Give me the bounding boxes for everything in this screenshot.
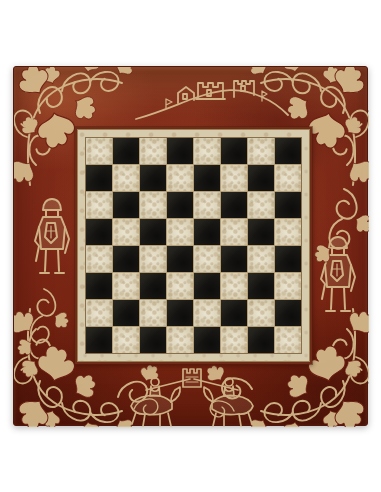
square-b8[interactable] [113,138,139,164]
square-a8[interactable] [86,138,112,164]
square-a5[interactable] [86,219,112,245]
square-h5[interactable] [275,219,301,245]
square-f3[interactable] [221,273,247,299]
square-f2[interactable] [221,300,247,326]
board-grid [85,137,302,354]
square-d6[interactable] [167,192,193,218]
square-h6[interactable] [275,192,301,218]
square-a6[interactable] [86,192,112,218]
square-b3[interactable] [113,273,139,299]
square-h4[interactable] [275,246,301,272]
square-e8[interactable] [194,138,220,164]
square-d8[interactable] [167,138,193,164]
square-a4[interactable] [86,246,112,272]
square-c1[interactable] [140,327,166,353]
square-d5[interactable] [167,219,193,245]
square-c7[interactable] [140,165,166,191]
square-c4[interactable] [140,246,166,272]
square-c6[interactable] [140,192,166,218]
square-h7[interactable] [275,165,301,191]
playing-area [75,127,312,364]
square-f6[interactable] [221,192,247,218]
square-g3[interactable] [248,273,274,299]
square-e5[interactable] [194,219,220,245]
square-h2[interactable] [275,300,301,326]
square-g5[interactable] [248,219,274,245]
square-e7[interactable] [194,165,220,191]
square-e3[interactable] [194,273,220,299]
square-g1[interactable] [248,327,274,353]
square-h8[interactable] [275,138,301,164]
square-d1[interactable] [167,327,193,353]
square-c2[interactable] [140,300,166,326]
square-e1[interactable] [194,327,220,353]
square-a7[interactable] [86,165,112,191]
square-g7[interactable] [248,165,274,191]
square-d2[interactable] [167,300,193,326]
square-e6[interactable] [194,192,220,218]
knight-figure-left [35,199,69,273]
square-a1[interactable] [86,327,112,353]
square-d4[interactable] [167,246,193,272]
square-f8[interactable] [221,138,247,164]
square-c3[interactable] [140,273,166,299]
square-d7[interactable] [167,165,193,191]
square-c5[interactable] [140,219,166,245]
square-f1[interactable] [221,327,247,353]
square-h1[interactable] [275,327,301,353]
square-h3[interactable] [275,273,301,299]
square-e2[interactable] [194,300,220,326]
square-g2[interactable] [248,300,274,326]
chess-board-photo [13,66,368,426]
square-b4[interactable] [113,246,139,272]
square-e4[interactable] [194,246,220,272]
square-b6[interactable] [113,192,139,218]
square-a3[interactable] [86,273,112,299]
square-f5[interactable] [221,219,247,245]
square-b5[interactable] [113,219,139,245]
square-d3[interactable] [167,273,193,299]
square-g8[interactable] [248,138,274,164]
square-f4[interactable] [221,246,247,272]
square-b2[interactable] [113,300,139,326]
square-b1[interactable] [113,327,139,353]
square-c8[interactable] [140,138,166,164]
square-g4[interactable] [248,246,274,272]
square-a2[interactable] [86,300,112,326]
square-g6[interactable] [248,192,274,218]
square-f7[interactable] [221,165,247,191]
vine-run-right [312,189,369,265]
square-b7[interactable] [113,165,139,191]
